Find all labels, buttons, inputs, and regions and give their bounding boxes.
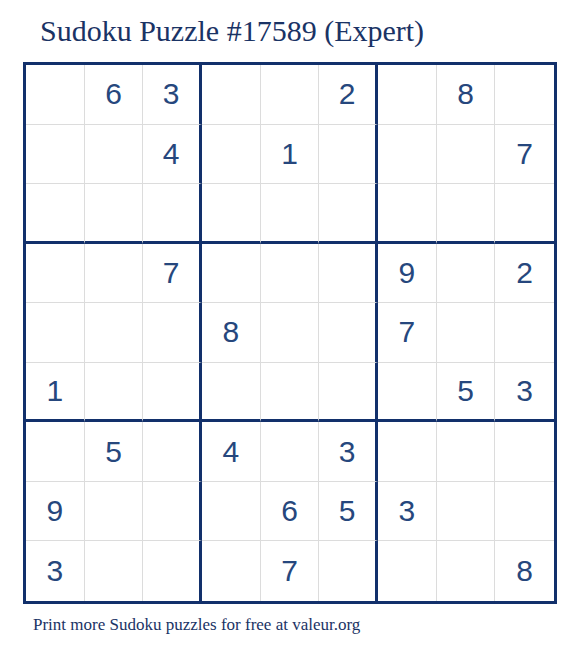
cell-r8c2[interactable] [85,482,144,542]
cell-r5c6[interactable] [319,303,378,363]
cell-r9c4[interactable] [202,541,261,601]
cell-r2c5[interactable]: 1 [261,125,320,185]
cell-r5c7[interactable]: 7 [378,303,437,363]
cell-r2c8[interactable] [437,125,496,185]
cell-r5c2[interactable] [85,303,144,363]
sudoku-page: Sudoku Puzzle #17589 (Expert) 6328417792… [0,0,580,651]
cell-r7c6[interactable]: 3 [319,422,378,482]
cell-r2c2[interactable] [85,125,144,185]
cell-r3c7[interactable] [378,184,437,244]
cell-r3c1[interactable] [26,184,85,244]
cell-r3c4[interactable] [202,184,261,244]
cell-r9c1[interactable]: 3 [26,541,85,601]
cell-r4c1[interactable] [26,244,85,304]
cell-r3c2[interactable] [85,184,144,244]
cell-r4c7[interactable]: 9 [378,244,437,304]
cell-r8c5[interactable]: 6 [261,482,320,542]
cell-r8c4[interactable] [202,482,261,542]
page-title: Sudoku Puzzle #17589 (Expert) [40,13,424,49]
cell-r6c8[interactable]: 5 [437,363,496,423]
cell-r6c2[interactable] [85,363,144,423]
cell-r9c2[interactable] [85,541,144,601]
cell-r2c6[interactable] [319,125,378,185]
cell-r1c9[interactable] [495,65,554,125]
cell-r7c7[interactable] [378,422,437,482]
cell-r5c3[interactable] [143,303,202,363]
cell-r8c3[interactable] [143,482,202,542]
cell-r8c1[interactable]: 9 [26,482,85,542]
cell-r1c8[interactable]: 8 [437,65,496,125]
cell-r3c9[interactable] [495,184,554,244]
cell-r1c6[interactable]: 2 [319,65,378,125]
cell-r5c8[interactable] [437,303,496,363]
cell-r3c8[interactable] [437,184,496,244]
cell-r6c7[interactable] [378,363,437,423]
cell-r9c9[interactable]: 8 [495,541,554,601]
cell-r1c7[interactable] [378,65,437,125]
cell-r4c8[interactable] [437,244,496,304]
cell-r8c7[interactable]: 3 [378,482,437,542]
cell-r6c1[interactable]: 1 [26,363,85,423]
cell-r7c3[interactable] [143,422,202,482]
cell-r4c4[interactable] [202,244,261,304]
cell-r7c2[interactable]: 5 [85,422,144,482]
cell-r9c8[interactable] [437,541,496,601]
footer-text: Print more Sudoku puzzles for free at va… [33,613,360,637]
cell-r4c9[interactable]: 2 [495,244,554,304]
cell-r4c2[interactable] [85,244,144,304]
cell-r7c8[interactable] [437,422,496,482]
cell-r6c6[interactable] [319,363,378,423]
cell-r1c1[interactable] [26,65,85,125]
cell-r2c9[interactable]: 7 [495,125,554,185]
cell-r6c4[interactable] [202,363,261,423]
cell-r1c3[interactable]: 3 [143,65,202,125]
cell-r1c5[interactable] [261,65,320,125]
cell-r8c6[interactable]: 5 [319,482,378,542]
cell-r6c9[interactable]: 3 [495,363,554,423]
cell-r2c4[interactable] [202,125,261,185]
cell-r2c7[interactable] [378,125,437,185]
cell-r7c1[interactable] [26,422,85,482]
cell-r8c8[interactable] [437,482,496,542]
cell-r5c1[interactable] [26,303,85,363]
cell-r4c5[interactable] [261,244,320,304]
cell-r4c3[interactable]: 7 [143,244,202,304]
cell-r7c5[interactable] [261,422,320,482]
cell-r3c5[interactable] [261,184,320,244]
cell-r6c5[interactable] [261,363,320,423]
cell-r3c3[interactable] [143,184,202,244]
sudoku-grid: 6328417792871535439653378 [23,62,557,604]
cell-r5c4[interactable]: 8 [202,303,261,363]
cell-r7c4[interactable]: 4 [202,422,261,482]
cell-r2c3[interactable]: 4 [143,125,202,185]
cell-r9c5[interactable]: 7 [261,541,320,601]
cell-r6c3[interactable] [143,363,202,423]
cell-r1c2[interactable]: 6 [85,65,144,125]
cell-r1c4[interactable] [202,65,261,125]
cell-r9c3[interactable] [143,541,202,601]
cell-r2c1[interactable] [26,125,85,185]
cell-r5c5[interactable] [261,303,320,363]
cell-r3c6[interactable] [319,184,378,244]
cell-r5c9[interactable] [495,303,554,363]
cell-r4c6[interactable] [319,244,378,304]
cell-r9c6[interactable] [319,541,378,601]
cell-r7c9[interactable] [495,422,554,482]
cell-r8c9[interactable] [495,482,554,542]
cell-r9c7[interactable] [378,541,437,601]
